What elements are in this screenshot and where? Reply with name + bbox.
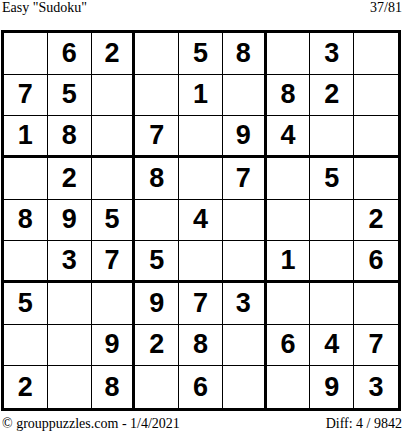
cell-r8c6[interactable] — [223, 325, 267, 367]
cell-r3c5[interactable] — [179, 116, 223, 158]
cell-r2c4[interactable] — [135, 75, 179, 117]
cell-r5c2[interactable]: 9 — [48, 200, 92, 242]
cell-r6c8[interactable] — [310, 241, 354, 283]
cell-r5c7[interactable] — [267, 200, 311, 242]
cell-r2c2[interactable]: 5 — [48, 75, 92, 117]
cell-r5c6[interactable] — [223, 200, 267, 242]
cell-r1c8[interactable]: 3 — [310, 33, 354, 75]
cell-r8c4[interactable]: 2 — [135, 325, 179, 367]
cell-r6c9[interactable]: 6 — [354, 241, 398, 283]
cell-r4c5[interactable] — [179, 158, 223, 200]
cell-r9c6[interactable] — [223, 366, 267, 408]
cell-r9c2[interactable] — [48, 366, 92, 408]
cell-r1c3[interactable]: 2 — [92, 33, 136, 75]
cell-r9c8[interactable]: 9 — [310, 366, 354, 408]
cell-r3c2[interactable]: 8 — [48, 116, 92, 158]
cell-r1c1[interactable] — [4, 33, 48, 75]
cell-r6c3[interactable]: 7 — [92, 241, 136, 283]
cell-r4c3[interactable] — [92, 158, 136, 200]
sudoku-page: Easy "Sudoku" 37/81 62583751821879428758… — [0, 0, 403, 437]
header: Easy "Sudoku" 37/81 — [2, 0, 402, 16]
cell-r3c7[interactable]: 4 — [267, 116, 311, 158]
cell-r4c6[interactable]: 7 — [223, 158, 267, 200]
cell-r9c9[interactable]: 3 — [354, 366, 398, 408]
cell-r9c7[interactable] — [267, 366, 311, 408]
cell-r8c5[interactable]: 8 — [179, 325, 223, 367]
cell-r7c5[interactable]: 7 — [179, 283, 223, 325]
cell-r8c7[interactable]: 6 — [267, 325, 311, 367]
cell-r4c4[interactable]: 8 — [135, 158, 179, 200]
cell-r7c3[interactable] — [92, 283, 136, 325]
cell-r9c4[interactable] — [135, 366, 179, 408]
cell-r4c2[interactable]: 2 — [48, 158, 92, 200]
cell-r1c5[interactable]: 5 — [179, 33, 223, 75]
cell-r3c4[interactable]: 7 — [135, 116, 179, 158]
cell-r5c5[interactable]: 4 — [179, 200, 223, 242]
cell-r7c4[interactable]: 9 — [135, 283, 179, 325]
cell-r1c2[interactable]: 6 — [48, 33, 92, 75]
cell-r1c7[interactable] — [267, 33, 311, 75]
cell-r2c8[interactable]: 2 — [310, 75, 354, 117]
cell-r5c9[interactable]: 2 — [354, 200, 398, 242]
cell-r6c2[interactable]: 3 — [48, 241, 92, 283]
cell-r7c1[interactable]: 5 — [4, 283, 48, 325]
cell-r7c7[interactable] — [267, 283, 311, 325]
cell-r4c1[interactable] — [4, 158, 48, 200]
progress-counter: 37/81 — [370, 0, 402, 16]
cell-r5c3[interactable]: 5 — [92, 200, 136, 242]
cell-r8c1[interactable] — [4, 325, 48, 367]
cell-r4c7[interactable] — [267, 158, 311, 200]
cell-r9c3[interactable]: 8 — [92, 366, 136, 408]
cell-r7c9[interactable] — [354, 283, 398, 325]
cell-r3c8[interactable] — [310, 116, 354, 158]
cell-r6c4[interactable]: 5 — [135, 241, 179, 283]
copyright-text: © grouppuzzles.com - 1/4/2021 — [2, 416, 180, 432]
cell-r5c8[interactable] — [310, 200, 354, 242]
cell-r1c9[interactable] — [354, 33, 398, 75]
footer: © grouppuzzles.com - 1/4/2021 Diff: 4 / … — [2, 416, 402, 432]
cell-r8c3[interactable]: 9 — [92, 325, 136, 367]
cell-r5c1[interactable]: 8 — [4, 200, 48, 242]
cell-r9c5[interactable]: 6 — [179, 366, 223, 408]
cell-r7c2[interactable] — [48, 283, 92, 325]
cell-r4c8[interactable]: 5 — [310, 158, 354, 200]
cell-r1c4[interactable] — [135, 33, 179, 75]
cell-r5c4[interactable] — [135, 200, 179, 242]
cell-r1c6[interactable]: 8 — [223, 33, 267, 75]
cell-r2c6[interactable] — [223, 75, 267, 117]
cell-r3c1[interactable]: 1 — [4, 116, 48, 158]
sudoku-board: 6258375182187942875895423751659739286472… — [1, 30, 401, 411]
cell-r3c3[interactable] — [92, 116, 136, 158]
cell-r8c9[interactable]: 7 — [354, 325, 398, 367]
cell-r9c1[interactable]: 2 — [4, 366, 48, 408]
cell-r8c2[interactable] — [48, 325, 92, 367]
cell-r8c8[interactable]: 4 — [310, 325, 354, 367]
cell-r2c5[interactable]: 1 — [179, 75, 223, 117]
cell-r3c6[interactable]: 9 — [223, 116, 267, 158]
cell-r7c8[interactable] — [310, 283, 354, 325]
cell-r2c3[interactable] — [92, 75, 136, 117]
cell-r6c5[interactable] — [179, 241, 223, 283]
cell-r4c9[interactable] — [354, 158, 398, 200]
difficulty-text: Diff: 4 / 9842 — [326, 416, 402, 432]
cell-r6c6[interactable] — [223, 241, 267, 283]
cell-r2c1[interactable]: 7 — [4, 75, 48, 117]
cell-r3c9[interactable] — [354, 116, 398, 158]
cell-r2c7[interactable]: 8 — [267, 75, 311, 117]
page-title: Easy "Sudoku" — [2, 0, 87, 16]
cell-r7c6[interactable]: 3 — [223, 283, 267, 325]
cell-r6c1[interactable] — [4, 241, 48, 283]
cell-r6c7[interactable]: 1 — [267, 241, 311, 283]
cell-r2c9[interactable] — [354, 75, 398, 117]
